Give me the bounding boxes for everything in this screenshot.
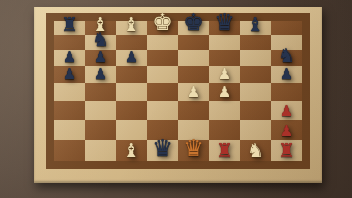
square-f2 xyxy=(209,120,240,140)
chess-board xyxy=(54,21,302,161)
square-c6 xyxy=(116,50,147,66)
square-g2 xyxy=(240,120,271,140)
square-e5 xyxy=(178,66,209,83)
square-f3 xyxy=(209,101,240,120)
square-a1 xyxy=(54,140,85,161)
table-background: ♜♝♝♚♚♛♝♞♟♟♟♞♟♟♟♟♟♟♟♟♝♛♛♜♞♜ xyxy=(0,0,352,198)
square-h4 xyxy=(271,83,302,101)
square-h2 xyxy=(271,120,302,140)
square-e7 xyxy=(178,35,209,50)
square-a2 xyxy=(54,120,85,140)
square-g1 xyxy=(240,140,271,161)
square-c3 xyxy=(116,101,147,120)
square-a7 xyxy=(54,35,85,50)
square-g5 xyxy=(240,66,271,83)
square-h3 xyxy=(271,101,302,120)
square-d6 xyxy=(147,50,178,66)
square-a6 xyxy=(54,50,85,66)
square-d3 xyxy=(147,101,178,120)
square-f7 xyxy=(209,35,240,50)
square-c2 xyxy=(116,120,147,140)
square-b6 xyxy=(85,50,116,66)
square-g3 xyxy=(240,101,271,120)
square-c1 xyxy=(116,140,147,161)
square-e6 xyxy=(178,50,209,66)
square-g7 xyxy=(240,35,271,50)
square-f5 xyxy=(209,66,240,83)
square-d4 xyxy=(147,83,178,101)
square-d2 xyxy=(147,120,178,140)
square-a4 xyxy=(54,83,85,101)
chess-board-frame xyxy=(34,7,322,183)
square-h6 xyxy=(271,50,302,66)
square-a3 xyxy=(54,101,85,120)
square-g4 xyxy=(240,83,271,101)
square-c5 xyxy=(116,66,147,83)
square-d8 xyxy=(147,21,178,35)
square-e4 xyxy=(178,83,209,101)
square-b3 xyxy=(85,101,116,120)
square-c7 xyxy=(116,35,147,50)
square-b2 xyxy=(85,120,116,140)
square-f6 xyxy=(209,50,240,66)
square-d7 xyxy=(147,35,178,50)
square-g8 xyxy=(240,21,271,35)
square-e2 xyxy=(178,120,209,140)
square-a5 xyxy=(54,66,85,83)
square-e3 xyxy=(178,101,209,120)
chess-board-inner-border xyxy=(46,13,310,169)
square-c8 xyxy=(116,21,147,35)
square-b1 xyxy=(85,140,116,161)
square-a8 xyxy=(54,21,85,35)
square-d1 xyxy=(147,140,178,161)
square-b5 xyxy=(85,66,116,83)
square-b8 xyxy=(85,21,116,35)
square-e8 xyxy=(178,21,209,35)
square-f4 xyxy=(209,83,240,101)
square-b7 xyxy=(85,35,116,50)
square-d5 xyxy=(147,66,178,83)
square-f1 xyxy=(209,140,240,161)
square-h7 xyxy=(271,35,302,50)
square-c4 xyxy=(116,83,147,101)
square-b4 xyxy=(85,83,116,101)
square-f8 xyxy=(209,21,240,35)
square-e1 xyxy=(178,140,209,161)
square-h5 xyxy=(271,66,302,83)
square-h1 xyxy=(271,140,302,161)
square-h8 xyxy=(271,21,302,35)
square-g6 xyxy=(240,50,271,66)
